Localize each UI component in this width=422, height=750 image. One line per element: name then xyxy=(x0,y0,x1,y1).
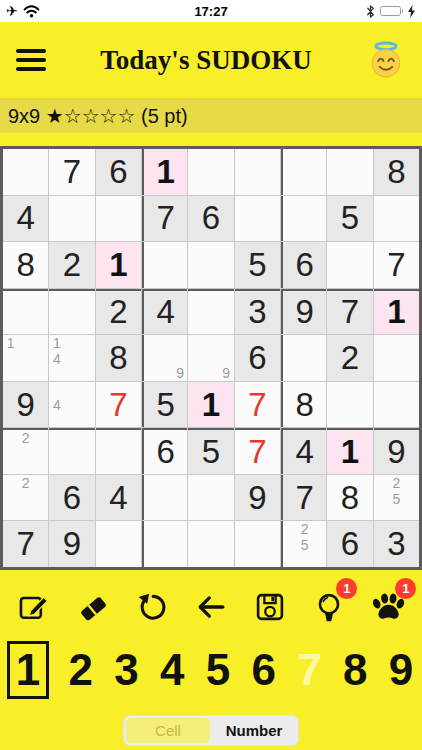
cell-r5c7[interactable] xyxy=(281,335,326,381)
mode-cell[interactable]: Cell xyxy=(126,718,210,743)
cell-r9c8[interactable]: 6 xyxy=(327,521,372,567)
pencil-marks: 2 xyxy=(3,475,48,521)
cell-r4c4[interactable]: 4 xyxy=(142,289,187,335)
cell-r3c8[interactable] xyxy=(327,242,372,288)
cell-r6c2[interactable]: 4 xyxy=(49,382,94,428)
cell-r9c4[interactable] xyxy=(142,521,187,567)
cell-r1c7[interactable] xyxy=(281,149,326,195)
paw-button[interactable]: 1 xyxy=(368,585,408,629)
eraser-button[interactable] xyxy=(73,585,113,629)
cell-r7c9[interactable]: 9 xyxy=(374,428,419,474)
cell-r6c9[interactable] xyxy=(374,382,419,428)
cell-r1c6[interactable] xyxy=(235,149,280,195)
cell-r2c7[interactable] xyxy=(281,196,326,242)
toolbar: 1 1 xyxy=(0,583,422,631)
cell-r6c5[interactable]: 1 xyxy=(188,382,233,428)
cell-r9c7[interactable]: 25 xyxy=(281,521,326,567)
eraser-icon xyxy=(76,590,110,624)
cell-r7c2[interactable] xyxy=(49,428,94,474)
cell-r9c2[interactable]: 9 xyxy=(49,521,94,567)
cell-r1c3[interactable]: 6 xyxy=(96,149,141,195)
cell-r8c5[interactable] xyxy=(188,475,233,521)
pencil-edit-icon xyxy=(17,590,51,624)
cell-r1c1[interactable] xyxy=(3,149,48,195)
page-title: Today's SUDOKU xyxy=(46,45,366,76)
paw-badge: 1 xyxy=(395,578,416,599)
cell-r7c8[interactable]: 1 xyxy=(327,428,372,474)
cell-r9c9[interactable]: 3 xyxy=(374,521,419,567)
cell-r4c8[interactable]: 7 xyxy=(327,289,372,335)
cell-r6c8[interactable] xyxy=(327,382,372,428)
cell-r2c6[interactable] xyxy=(235,196,280,242)
numpad-4[interactable]: 4 xyxy=(158,648,186,692)
mode-number[interactable]: Number xyxy=(212,718,296,743)
numpad-6[interactable]: 6 xyxy=(250,648,278,692)
save-button[interactable] xyxy=(250,585,290,629)
pencil-marks: 9 xyxy=(188,335,233,381)
cell-r8c7[interactable]: 7 xyxy=(281,475,326,521)
arrow-left-icon xyxy=(194,590,228,624)
cell-r6c6[interactable]: 7 xyxy=(235,382,280,428)
numpad-3[interactable]: 3 xyxy=(113,648,141,692)
cell-r9c1[interactable]: 7 xyxy=(3,521,48,567)
cell-r7c1[interactable]: 2 xyxy=(3,428,48,474)
cell-r7c5[interactable]: 5 xyxy=(188,428,233,474)
pencil-marks: 25 xyxy=(374,475,419,521)
numpad-9[interactable]: 9 xyxy=(387,648,415,692)
pencil-marks: 2 xyxy=(3,430,48,474)
header: Today's SUDOKU xyxy=(0,22,422,98)
app-screen: ✈ 17:27 Today's SUDOKU xyxy=(0,0,422,750)
floppy-save-icon xyxy=(253,590,287,624)
cell-r7c6[interactable]: 7 xyxy=(235,428,280,474)
cell-r7c3[interactable] xyxy=(96,428,141,474)
cell-r6c1[interactable]: 9 xyxy=(3,382,48,428)
cell-r1c5[interactable] xyxy=(188,149,233,195)
cell-r8c8[interactable]: 8 xyxy=(327,475,372,521)
cell-r4c9[interactable]: 1 xyxy=(374,289,419,335)
cell-r1c9[interactable]: 8 xyxy=(374,149,419,195)
cell-r3c6[interactable]: 5 xyxy=(235,242,280,288)
cell-r4c1[interactable] xyxy=(3,289,48,335)
numpad-1[interactable]: 1 xyxy=(7,641,49,699)
pencil-marks: 9 xyxy=(144,335,187,381)
back-button[interactable] xyxy=(191,585,231,629)
cell-r3c1[interactable]: 8 xyxy=(3,242,48,288)
pencil-marks: 25 xyxy=(283,521,326,567)
cell-r8c2[interactable]: 6 xyxy=(49,475,94,521)
cell-r8c9[interactable]: 25 xyxy=(374,475,419,521)
cell-r3c5[interactable] xyxy=(188,242,233,288)
mode-switch: Cell Number xyxy=(123,715,299,746)
status-time: 17:27 xyxy=(0,4,422,19)
cell-r8c1[interactable]: 2 xyxy=(3,475,48,521)
cell-r6c7[interactable]: 8 xyxy=(281,382,326,428)
cell-r4c7[interactable]: 9 xyxy=(281,289,326,335)
cell-r8c3[interactable]: 4 xyxy=(96,475,141,521)
cell-r5c6[interactable]: 6 xyxy=(235,335,280,381)
cell-r1c4[interactable]: 1 xyxy=(142,149,187,195)
cell-r2c1[interactable]: 4 xyxy=(3,196,48,242)
cell-r4c5[interactable] xyxy=(188,289,233,335)
cell-r2c5[interactable]: 6 xyxy=(188,196,233,242)
cell-r2c2[interactable] xyxy=(49,196,94,242)
cell-r2c9[interactable] xyxy=(374,196,419,242)
cell-r2c3[interactable] xyxy=(96,196,141,242)
cell-r9c5[interactable] xyxy=(188,521,233,567)
cell-r5c8[interactable]: 2 xyxy=(327,335,372,381)
cell-r4c6[interactable]: 3 xyxy=(235,289,280,335)
cell-r1c2[interactable]: 7 xyxy=(49,149,94,195)
numpad-5[interactable]: 5 xyxy=(204,648,232,692)
cell-r3c7[interactable]: 6 xyxy=(281,242,326,288)
cell-r3c9[interactable]: 7 xyxy=(374,242,419,288)
cell-r3c3[interactable]: 1 xyxy=(96,242,141,288)
cell-r9c3[interactable] xyxy=(96,521,141,567)
pencil-marks: 14 xyxy=(49,335,94,381)
cell-r2c8[interactable]: 5 xyxy=(327,196,372,242)
menu-button[interactable] xyxy=(16,49,46,71)
edit-note-button[interactable] xyxy=(14,585,54,629)
cell-r4c3[interactable]: 2 xyxy=(96,289,141,335)
sudoku-board: 7618476582156724397111489962947517826574… xyxy=(0,146,422,570)
numpad-7[interactable]: 7 xyxy=(296,648,324,692)
cell-r5c5[interactable]: 9 xyxy=(188,335,233,381)
cell-r1c8[interactable] xyxy=(327,149,372,195)
numpad-8[interactable]: 8 xyxy=(341,648,369,692)
number-pad: 123456789 xyxy=(0,639,422,701)
undo-icon xyxy=(135,590,169,624)
numpad-2[interactable]: 2 xyxy=(67,648,95,692)
cell-r9c6[interactable] xyxy=(235,521,280,567)
cell-r8c4[interactable] xyxy=(142,475,187,521)
pencil-marks: 4 xyxy=(49,382,94,428)
cell-r2c4[interactable]: 7 xyxy=(142,196,187,242)
status-bar: ✈ 17:27 xyxy=(0,0,422,22)
cell-r3c4[interactable] xyxy=(142,242,187,288)
cell-r4c2[interactable] xyxy=(49,289,94,335)
cell-r5c3[interactable]: 8 xyxy=(96,335,141,381)
cell-r6c3[interactable]: 7 xyxy=(96,382,141,428)
pencil-marks: 1 xyxy=(3,335,48,381)
cell-r5c9[interactable] xyxy=(374,335,419,381)
hint-badge: 1 xyxy=(336,578,357,599)
difficulty-bar: 9x9 ★☆☆☆☆ (5 pt) xyxy=(0,98,422,133)
cell-r7c4[interactable]: 6 xyxy=(142,428,187,474)
cell-r7c7[interactable]: 4 xyxy=(281,428,326,474)
cell-r6c4[interactable]: 5 xyxy=(142,382,187,428)
cell-r5c1[interactable]: 1 xyxy=(3,335,48,381)
undo-button[interactable] xyxy=(132,585,172,629)
hint-button[interactable]: 1 xyxy=(309,585,349,629)
cell-r3c2[interactable]: 2 xyxy=(49,242,94,288)
cell-r5c2[interactable]: 14 xyxy=(49,335,94,381)
cell-r8c6[interactable]: 9 xyxy=(235,475,280,521)
angel-emoji-icon[interactable] xyxy=(366,40,406,80)
cell-r5c4[interactable]: 9 xyxy=(142,335,187,381)
